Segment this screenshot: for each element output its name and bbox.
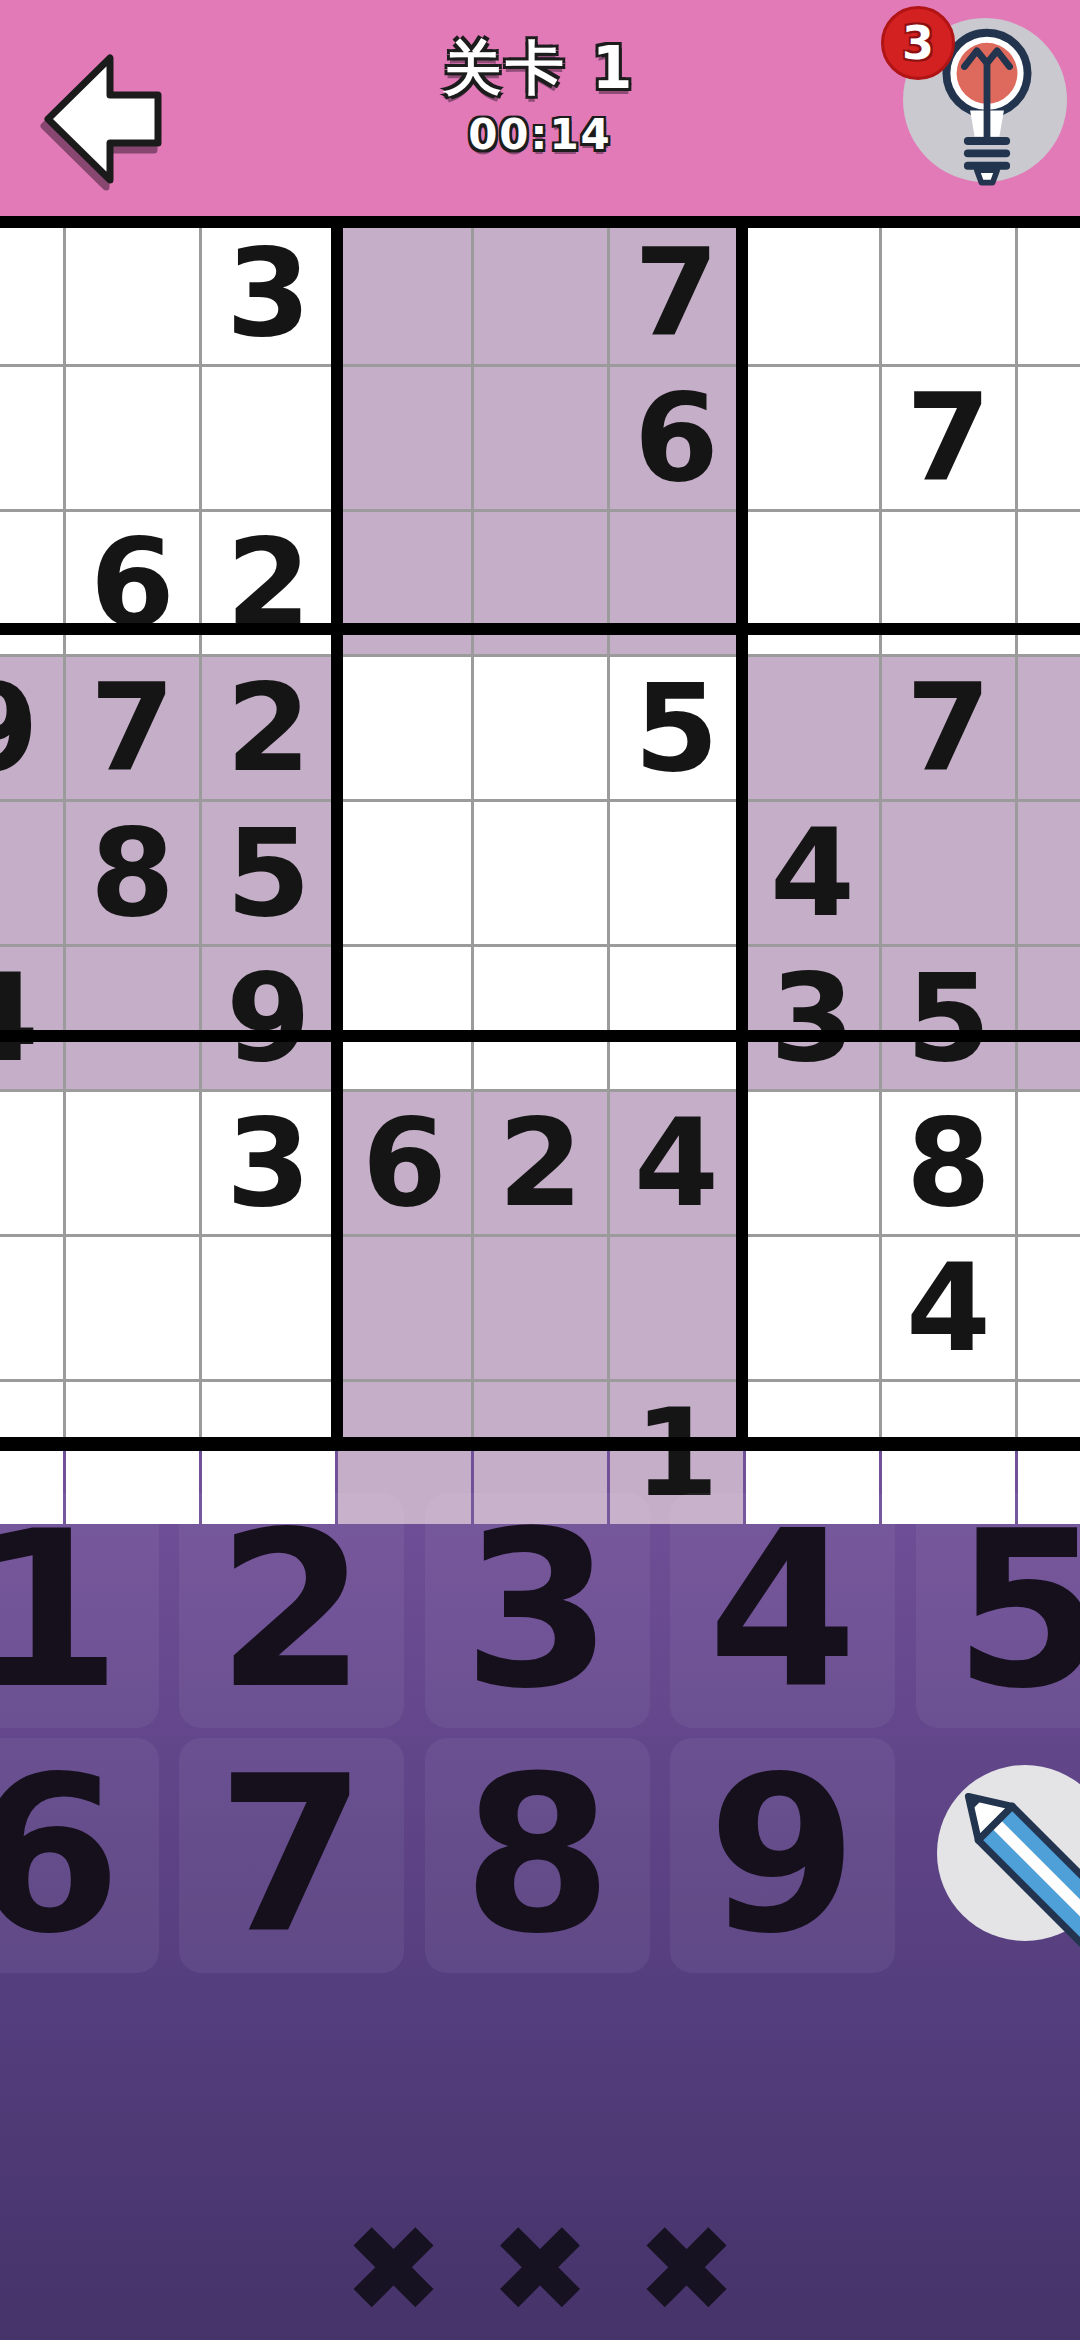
sudoku-cell[interactable] (0, 1092, 63, 1234)
sudoku-cell[interactable] (474, 367, 607, 509)
sudoku-cell[interactable] (882, 802, 1015, 944)
sudoku-cell[interactable] (338, 222, 471, 364)
sudoku-cell[interactable] (0, 222, 63, 364)
sudoku-cell[interactable] (66, 367, 199, 509)
sudoku-cell[interactable]: 7 (610, 222, 743, 364)
sudoku-cell[interactable] (0, 367, 63, 509)
pencil-icon (925, 1753, 1080, 1953)
sudoku-cell[interactable] (0, 1237, 63, 1379)
sudoku-cell[interactable]: 8 (882, 1092, 1015, 1234)
sudoku-cell[interactable] (746, 657, 879, 799)
sudoku-cell[interactable]: 3 (746, 947, 879, 1089)
sudoku-board: 3767629725785449353624841 (0, 222, 1080, 1443)
keypad-digit-7[interactable]: 7 (179, 1738, 404, 1973)
sudoku-cell[interactable]: 5 (202, 802, 335, 944)
sudoku-cell[interactable] (338, 657, 471, 799)
keypad-digit-4[interactable]: 4 (670, 1493, 895, 1728)
sudoku-cell[interactable]: 4 (0, 947, 63, 1089)
sudoku-cell[interactable] (1018, 802, 1080, 944)
mistake-x-icon: ✖ (343, 2210, 444, 2330)
mistake-x-icon: ✖ (636, 2210, 737, 2330)
header-bar: 关卡 1 00:14 3 (0, 0, 1080, 216)
sudoku-cell[interactable] (610, 802, 743, 944)
sudoku-cell[interactable]: 9 (0, 657, 63, 799)
sudoku-cell[interactable] (1018, 1237, 1080, 1379)
block-line-vertical-2 (736, 216, 748, 1451)
sudoku-cell[interactable] (474, 802, 607, 944)
board-border-top (0, 216, 1080, 228)
keypad-digit-9[interactable]: 9 (670, 1738, 895, 1973)
sudoku-cell[interactable]: 8 (66, 802, 199, 944)
keypad-digit-8[interactable]: 8 (425, 1738, 650, 1973)
sudoku-cell[interactable] (1018, 222, 1080, 364)
sudoku-app-screen: 关卡 1 00:14 3 3767629725785449353624841 1… (0, 0, 1080, 2340)
sudoku-cell[interactable] (338, 802, 471, 944)
sudoku-cell[interactable] (610, 947, 743, 1089)
sudoku-cell[interactable]: 9 (202, 947, 335, 1089)
sudoku-cell[interactable] (338, 367, 471, 509)
mistake-x-icon: ✖ (490, 2210, 591, 2330)
sudoku-cell[interactable]: 4 (610, 1092, 743, 1234)
sudoku-cell[interactable]: 5 (610, 657, 743, 799)
sudoku-cell[interactable] (338, 1237, 471, 1379)
keypad-digit-2[interactable]: 2 (179, 1493, 404, 1728)
hint-count-badge: 3 (881, 6, 955, 80)
sudoku-cell[interactable]: 4 (882, 1237, 1015, 1379)
sudoku-cell[interactable] (202, 367, 335, 509)
sudoku-cell[interactable] (1018, 367, 1080, 509)
sudoku-cell[interactable] (66, 222, 199, 364)
sudoku-cell[interactable] (746, 1237, 879, 1379)
sudoku-cell[interactable] (66, 1237, 199, 1379)
block-line-horizontal-1 (0, 623, 1080, 635)
sudoku-cell[interactable] (746, 222, 879, 364)
sudoku-cell[interactable] (474, 1237, 607, 1379)
mistakes-indicator: ✖✖✖ (0, 2190, 1080, 2340)
keypad-digit-1[interactable]: 1 (0, 1493, 159, 1728)
sudoku-cell[interactable] (746, 367, 879, 509)
sudoku-cell[interactable]: 5 (882, 947, 1015, 1089)
sudoku-cell[interactable] (474, 657, 607, 799)
sudoku-cell[interactable] (1018, 657, 1080, 799)
board-border-bottom (0, 1437, 1080, 1451)
sudoku-cell[interactable]: 7 (66, 657, 199, 799)
sudoku-cell[interactable] (610, 1237, 743, 1379)
sudoku-cell[interactable] (1018, 1092, 1080, 1234)
keypad-digit-6[interactable]: 6 (0, 1738, 159, 1973)
sudoku-cell[interactable]: 7 (882, 657, 1015, 799)
sudoku-cell[interactable]: 6 (610, 367, 743, 509)
keypad-digit-3[interactable]: 3 (425, 1493, 650, 1728)
sudoku-cell[interactable] (202, 1237, 335, 1379)
block-line-horizontal-2 (0, 1030, 1080, 1042)
block-line-vertical-1 (331, 216, 343, 1451)
sudoku-cell[interactable] (66, 1092, 199, 1234)
sudoku-cell[interactable]: 7 (882, 367, 1015, 509)
sudoku-cell[interactable] (0, 802, 63, 944)
keypad-digit-5[interactable]: 5 (916, 1493, 1080, 1728)
sudoku-cell[interactable]: 2 (474, 1092, 607, 1234)
sudoku-cell[interactable] (1018, 947, 1080, 1089)
sudoku-cell[interactable] (338, 947, 471, 1089)
sudoku-cell[interactable]: 2 (202, 657, 335, 799)
sudoku-cell[interactable] (746, 1092, 879, 1234)
sudoku-cell[interactable] (66, 947, 199, 1089)
sudoku-cell[interactable]: 6 (338, 1092, 471, 1234)
sudoku-cell[interactable]: 3 (202, 222, 335, 364)
sudoku-cell[interactable]: 3 (202, 1092, 335, 1234)
hint-button[interactable]: 3 (903, 18, 1067, 182)
pencil-tool-button[interactable] (925, 1753, 1080, 1953)
sudoku-cell[interactable] (474, 222, 607, 364)
sudoku-cell[interactable] (882, 222, 1015, 364)
sudoku-cell[interactable]: 4 (746, 802, 879, 944)
sudoku-cell[interactable] (474, 947, 607, 1089)
